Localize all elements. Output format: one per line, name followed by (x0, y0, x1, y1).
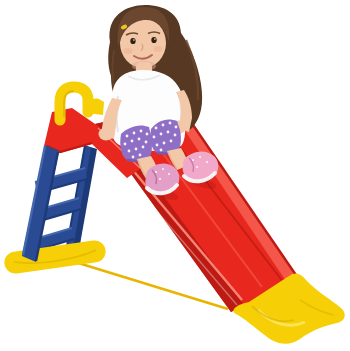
girl-shoe-left (145, 163, 179, 194)
product-photo (0, 0, 350, 351)
girl-hand-left (99, 128, 114, 141)
girl-shoe-right (183, 151, 219, 181)
slide-scene (0, 0, 350, 351)
